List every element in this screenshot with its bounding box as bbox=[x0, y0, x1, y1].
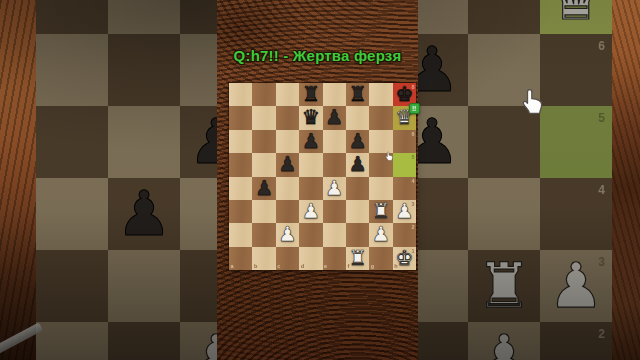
bg-square-a7 bbox=[36, 0, 108, 34]
square-c3[interactable] bbox=[276, 200, 299, 223]
bg-piece-white-rook-g3: ♜ bbox=[468, 250, 540, 322]
square-f7[interactable] bbox=[346, 106, 369, 129]
bg-square-a2 bbox=[36, 322, 108, 360]
square-g2[interactable]: ♟ bbox=[369, 223, 392, 246]
square-c1[interactable]: c bbox=[276, 247, 299, 270]
square-e7[interactable]: ♟ bbox=[323, 106, 346, 129]
piece-white-pawn-g2[interactable]: ♟ bbox=[369, 223, 392, 246]
square-h1[interactable]: h1♚ bbox=[393, 247, 416, 270]
square-a2[interactable] bbox=[229, 223, 252, 246]
piece-black-rook-f8[interactable]: ♜ bbox=[346, 83, 369, 106]
square-c2[interactable]: ♟ bbox=[276, 223, 299, 246]
square-b8[interactable] bbox=[252, 83, 275, 106]
bg-square-b4: ♟ bbox=[108, 178, 180, 250]
bg-rank-label-2: 2 bbox=[598, 327, 605, 341]
piece-black-pawn-c5[interactable]: ♟ bbox=[276, 153, 299, 176]
square-b1[interactable]: b bbox=[252, 247, 275, 270]
square-f8[interactable]: ♜ bbox=[346, 83, 369, 106]
bg-square-a5 bbox=[36, 106, 108, 178]
move-title-text: Q:h7!! - Жертва ферзя bbox=[217, 47, 418, 64]
square-d6[interactable]: ♟ bbox=[299, 130, 322, 153]
bg-square-g6 bbox=[468, 34, 540, 106]
bg-square-h2: 2 bbox=[540, 322, 612, 360]
piece-white-rook-f1[interactable]: ♜ bbox=[346, 247, 369, 270]
square-b3[interactable] bbox=[252, 200, 275, 223]
file-label-a: a bbox=[231, 263, 234, 269]
bg-square-a6 bbox=[36, 34, 108, 106]
square-a8[interactable] bbox=[229, 83, 252, 106]
square-g3[interactable]: ♜ bbox=[369, 200, 392, 223]
file-label-b: b bbox=[254, 263, 257, 269]
video-frame: ♜♜8♚♛♟7♛♟♟6♟♟5♟♟4♟♜3♟♟♟2abcdef♜gh1♚ Q:h7… bbox=[0, 0, 640, 360]
square-f6[interactable]: ♟ bbox=[346, 130, 369, 153]
piece-black-pawn-f5[interactable]: ♟ bbox=[346, 153, 369, 176]
square-d5[interactable] bbox=[299, 153, 322, 176]
bg-piece-white-pawn-g2: ♟ bbox=[468, 322, 540, 360]
square-d8[interactable]: ♜ bbox=[299, 83, 322, 106]
square-a4[interactable] bbox=[229, 177, 252, 200]
square-b2[interactable] bbox=[252, 223, 275, 246]
bg-square-g7 bbox=[468, 0, 540, 34]
bg-square-g2: ♟ bbox=[468, 322, 540, 360]
square-e8[interactable] bbox=[323, 83, 346, 106]
bg-piece-black-pawn-b4: ♟ bbox=[108, 178, 180, 250]
piece-white-pawn-c2[interactable]: ♟ bbox=[276, 223, 299, 246]
bg-square-b5 bbox=[108, 106, 180, 178]
square-e2[interactable] bbox=[323, 223, 346, 246]
square-g1[interactable]: g bbox=[369, 247, 392, 270]
file-label-e: e bbox=[324, 263, 327, 269]
piece-black-pawn-f6[interactable]: ♟ bbox=[346, 130, 369, 153]
piece-black-rook-d8[interactable]: ♜ bbox=[299, 83, 322, 106]
square-f2[interactable] bbox=[346, 223, 369, 246]
piece-black-queen-d7[interactable]: ♛ bbox=[299, 106, 322, 129]
file-label-g: g bbox=[371, 263, 374, 269]
chessboard[interactable]: ♜♜8♚♛♟7♛!!♟♟6♟♟5♟♟4♟♜3♟♟♟2abcdef♜gh1♚ bbox=[229, 83, 416, 270]
square-g4[interactable] bbox=[369, 177, 392, 200]
square-d4[interactable] bbox=[299, 177, 322, 200]
square-b4[interactable]: ♟ bbox=[252, 177, 275, 200]
bg-square-h4: 4 bbox=[540, 178, 612, 250]
square-c5[interactable]: ♟ bbox=[276, 153, 299, 176]
square-e6[interactable] bbox=[323, 130, 346, 153]
piece-white-rook-g3[interactable]: ♜ bbox=[369, 200, 392, 223]
square-a6[interactable] bbox=[229, 130, 252, 153]
bg-square-b6 bbox=[108, 34, 180, 106]
square-d1[interactable]: d bbox=[299, 247, 322, 270]
square-b6[interactable] bbox=[252, 130, 275, 153]
square-c4[interactable] bbox=[276, 177, 299, 200]
bg-square-a3 bbox=[36, 250, 108, 322]
square-c7[interactable] bbox=[276, 106, 299, 129]
bg-square-h6: 6 bbox=[540, 34, 612, 106]
square-h2[interactable]: 2 bbox=[393, 223, 416, 246]
square-h4[interactable]: 4 bbox=[393, 177, 416, 200]
square-f3[interactable] bbox=[346, 200, 369, 223]
rank-label-5: 5 bbox=[412, 154, 415, 160]
rank-label-4: 4 bbox=[412, 178, 415, 184]
square-e5[interactable] bbox=[323, 153, 346, 176]
file-label-c: c bbox=[277, 263, 280, 269]
piece-white-pawn-d3[interactable]: ♟ bbox=[299, 200, 322, 223]
square-c6[interactable] bbox=[276, 130, 299, 153]
square-g6[interactable] bbox=[369, 130, 392, 153]
bg-square-g3: ♜ bbox=[468, 250, 540, 322]
square-g8[interactable] bbox=[369, 83, 392, 106]
square-f4[interactable] bbox=[346, 177, 369, 200]
file-label-d: d bbox=[301, 263, 304, 269]
bg-square-h3: 3♟ bbox=[540, 250, 612, 322]
square-b7[interactable] bbox=[252, 106, 275, 129]
piece-white-pawn-h3[interactable]: ♟ bbox=[393, 200, 416, 223]
square-h6[interactable]: 6 bbox=[393, 130, 416, 153]
square-d7[interactable]: ♛ bbox=[299, 106, 322, 129]
bg-square-b7 bbox=[108, 0, 180, 34]
bg-square-b2 bbox=[108, 322, 180, 360]
square-f5[interactable]: ♟ bbox=[346, 153, 369, 176]
square-b5[interactable] bbox=[252, 153, 275, 176]
bg-piece-white-pawn-h3: ♟ bbox=[540, 250, 612, 322]
piece-white-king-h1[interactable]: ♚ bbox=[393, 247, 416, 270]
bg-rank-label-5: 5 bbox=[598, 111, 605, 125]
square-c8[interactable] bbox=[276, 83, 299, 106]
rank-label-2: 2 bbox=[412, 224, 415, 230]
piece-white-pawn-e4[interactable]: ♟ bbox=[323, 177, 346, 200]
bg-square-h7: 7♛ bbox=[540, 0, 612, 34]
wood-texture-right bbox=[612, 0, 640, 360]
piece-black-pawn-d6[interactable]: ♟ bbox=[299, 130, 322, 153]
bg-square-g5 bbox=[468, 106, 540, 178]
square-d3[interactable]: ♟ bbox=[299, 200, 322, 223]
piece-black-pawn-e7[interactable]: ♟ bbox=[323, 106, 346, 129]
square-h7[interactable]: 7♛!! bbox=[393, 106, 416, 129]
bg-square-a4 bbox=[36, 178, 108, 250]
square-g5[interactable] bbox=[369, 153, 392, 176]
video-strip: Q:h7!! - Жертва ферзя ♜♜8♚♛♟7♛!!♟♟6♟♟5♟♟… bbox=[217, 0, 418, 360]
piece-black-pawn-b4[interactable]: ♟ bbox=[252, 177, 275, 200]
square-d2[interactable] bbox=[299, 223, 322, 246]
wood-texture-left bbox=[0, 0, 36, 360]
rank-label-6: 6 bbox=[412, 131, 415, 137]
bg-piece-white-queen-h7: ♛ bbox=[540, 0, 612, 34]
bg-rank-label-6: 6 bbox=[598, 39, 605, 53]
bg-square-g4 bbox=[468, 178, 540, 250]
square-e4[interactable]: ♟ bbox=[323, 177, 346, 200]
square-h3[interactable]: 3♟ bbox=[393, 200, 416, 223]
bg-square-h5: 5 bbox=[540, 106, 612, 178]
square-f1[interactable]: f♜ bbox=[346, 247, 369, 270]
square-e3[interactable] bbox=[323, 200, 346, 223]
square-h5[interactable]: 5 bbox=[393, 153, 416, 176]
bg-square-b3 bbox=[108, 250, 180, 322]
square-a3[interactable] bbox=[229, 200, 252, 223]
bg-rank-label-4: 4 bbox=[598, 183, 605, 197]
square-e1[interactable]: e bbox=[323, 247, 346, 270]
square-a7[interactable] bbox=[229, 106, 252, 129]
brilliant-move-badge: !! bbox=[409, 103, 420, 114]
square-a1[interactable]: a bbox=[229, 247, 252, 270]
square-g7[interactable] bbox=[369, 106, 392, 129]
square-a5[interactable] bbox=[229, 153, 252, 176]
